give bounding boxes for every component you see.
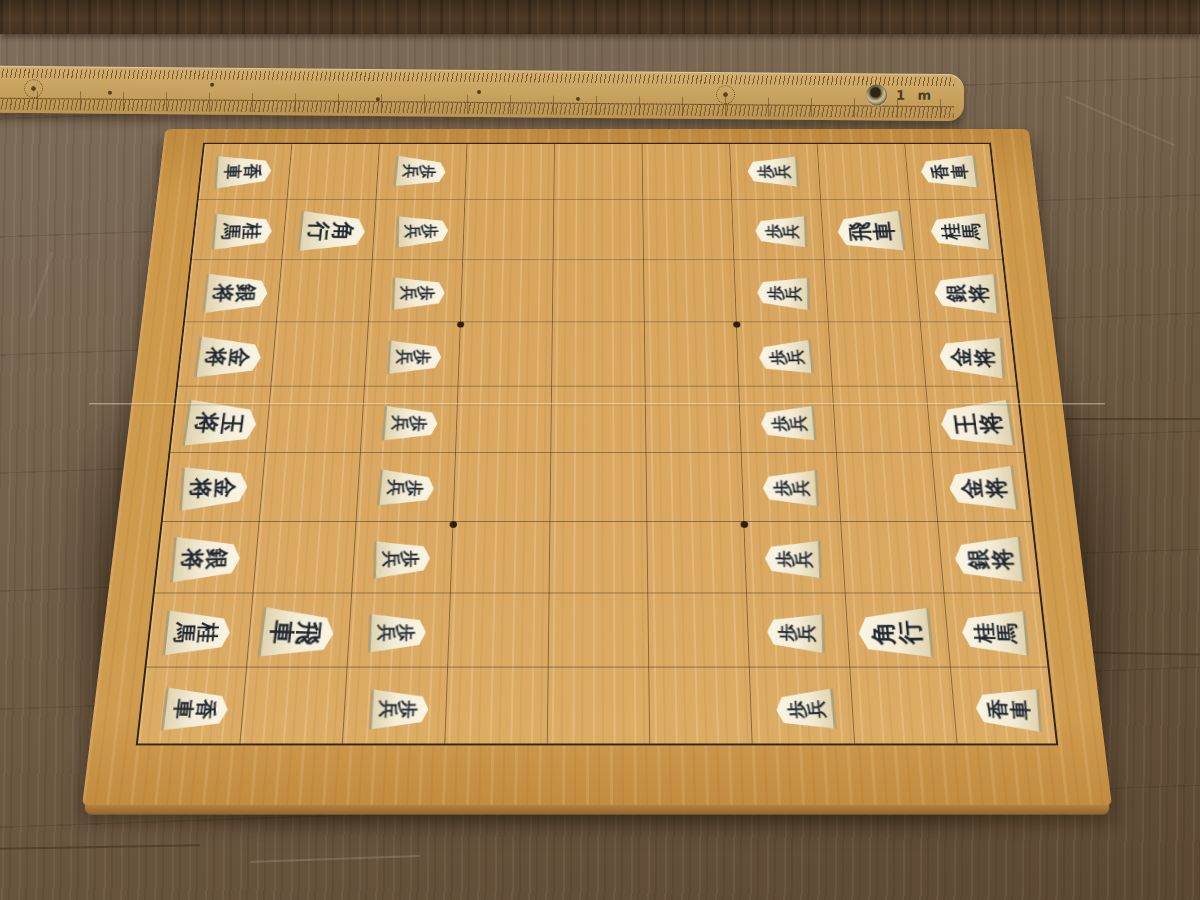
piece-kanji: 銀将 (944, 284, 991, 303)
piece-gold-left[interactable]: 金将 (193, 335, 262, 380)
ruler-dot-motif (716, 85, 735, 104)
ruler-tick-marks (0, 69, 954, 86)
piece-kanji: 歩兵 (770, 415, 809, 431)
piece-kanji: 歩兵 (766, 285, 803, 301)
piece-kanji: 歩兵 (398, 286, 435, 301)
shogi-board: 香車歩兵歩兵香車桂馬角行歩兵歩兵飛車桂馬銀将歩兵歩兵銀将金将歩兵歩兵金将玉将歩兵… (82, 129, 1112, 806)
piece-pawn-right[interactable]: 歩兵 (767, 611, 825, 654)
piece-pawn-right[interactable]: 歩兵 (774, 687, 836, 732)
piece-kanji: 歩兵 (772, 480, 811, 496)
piece-kanji: 香車 (930, 164, 971, 180)
ruler-dot (576, 97, 580, 101)
piece-kanji: 歩兵 (777, 623, 817, 642)
piece-pawn-left[interactable]: 歩兵 (373, 538, 430, 580)
piece-pawn-left[interactable]: 歩兵 (386, 339, 441, 375)
piece-kanji: 玉将 (192, 412, 246, 435)
piece-gold-left[interactable]: 金将 (179, 464, 248, 513)
piece-kanji: 角行 (305, 221, 355, 241)
piece-lance-right[interactable]: 香車 (975, 685, 1043, 733)
star-point (450, 521, 458, 528)
piece-kanji: 桂馬 (172, 623, 220, 643)
piece-kanji: 銀将 (965, 548, 1016, 569)
piece-knight-left[interactable]: 桂馬 (162, 609, 232, 657)
board-grid: 香車歩兵歩兵香車桂馬角行歩兵歩兵飛車桂馬銀将歩兵歩兵銀将金将歩兵歩兵金将玉将歩兵… (136, 143, 1058, 746)
piece-kanji: 歩兵 (403, 224, 439, 239)
ruler-dot-motif (24, 79, 43, 98)
piece-kanji: 金将 (187, 477, 236, 499)
ruler-label: 1 m (896, 88, 935, 103)
piece-lance-right[interactable]: 香車 (919, 154, 979, 189)
piece-kanji: 銀将 (210, 284, 257, 303)
piece-kanji: 歩兵 (400, 164, 437, 179)
ruler-grommet (866, 84, 887, 105)
floor-scuff (29, 251, 53, 319)
piece-pawn-right[interactable]: 歩兵 (759, 404, 816, 442)
ruler-dot (210, 83, 214, 87)
piece-kanji: 香車 (170, 699, 217, 720)
piece-kanji: 歩兵 (764, 224, 800, 239)
piece-kanji: 歩兵 (380, 550, 419, 568)
piece-kanji: 歩兵 (375, 624, 415, 642)
piece-lance-left[interactable]: 香車 (160, 686, 230, 733)
floor-plank-seam (0, 844, 200, 849)
piece-kanji: 金将 (202, 347, 251, 367)
piece-rook-right[interactable]: 飛車 (835, 209, 905, 254)
piece-pawn-right[interactable]: 歩兵 (757, 338, 814, 376)
piece-pawn-left[interactable]: 歩兵 (381, 404, 438, 442)
piece-pawn-right[interactable]: 歩兵 (746, 155, 799, 188)
piece-knight-left[interactable]: 桂馬 (211, 212, 273, 251)
piece-kanji: 桂馬 (220, 223, 263, 240)
piece-kanji: 銀将 (179, 548, 230, 570)
piece-king-right[interactable]: 王将 (938, 398, 1015, 449)
piece-pawn-left[interactable]: 歩兵 (368, 688, 429, 731)
star-point (741, 521, 749, 528)
piece-pawn-right[interactable]: 歩兵 (762, 469, 819, 508)
piece-kanji: 歩兵 (377, 700, 419, 718)
piece-pawn-right[interactable]: 歩兵 (754, 214, 807, 248)
piece-pawn-right[interactable]: 歩兵 (764, 539, 822, 580)
ruler-dot (376, 97, 380, 101)
piece-pawn-left[interactable]: 歩兵 (367, 612, 426, 654)
piece-silver-left[interactable]: 銀将 (202, 272, 269, 314)
piece-knight-right[interactable]: 桂馬 (929, 212, 992, 251)
piece-kanji: 飛車 (267, 620, 323, 646)
scene: 1 m 香車歩兵歩兵香車桂馬角行歩兵歩兵飛車桂馬銀将歩兵歩兵銀将金将歩兵歩兵金将… (0, 0, 1200, 900)
piece-kanji: 香車 (987, 699, 1033, 721)
piece-kanji: 飛車 (847, 221, 898, 242)
piece-kanji: 金将 (959, 477, 1009, 498)
piece-kanji: 歩兵 (774, 550, 814, 568)
piece-kanji: 金将 (949, 347, 997, 368)
piece-rook-left[interactable]: 飛車 (257, 605, 336, 660)
piece-king-left[interactable]: 玉将 (182, 398, 259, 449)
piece-kanji: 桂馬 (973, 622, 1021, 643)
dark-wood-band (0, 0, 1200, 34)
piece-bishop-right[interactable]: 角行 (857, 606, 935, 660)
piece-gold-right[interactable]: 金将 (947, 464, 1019, 512)
piece-kanji: 歩兵 (785, 699, 827, 719)
piece-gold-right[interactable]: 金将 (938, 335, 1005, 381)
piece-kanji: 王将 (952, 412, 1006, 435)
piece-pawn-left[interactable]: 歩兵 (396, 214, 448, 249)
piece-kanji: 歩兵 (767, 349, 805, 365)
piece-kanji: 歩兵 (384, 479, 424, 497)
piece-kanji: 歩兵 (756, 165, 792, 179)
piece-knight-right[interactable]: 桂馬 (960, 609, 1029, 658)
floor-scuff (1065, 96, 1175, 147)
piece-kanji: 桂馬 (940, 223, 983, 239)
board-front-edge (84, 805, 1110, 815)
piece-silver-right[interactable]: 銀将 (952, 535, 1025, 584)
piece-silver-right[interactable]: 銀将 (932, 272, 999, 315)
ruler-dot (108, 91, 112, 95)
star-point (733, 322, 740, 328)
piece-pawn-right[interactable]: 歩兵 (757, 275, 810, 311)
piece-pawn-left[interactable]: 歩兵 (376, 468, 435, 508)
piece-bishop-left[interactable]: 角行 (297, 210, 367, 254)
board-fold-seam (89, 403, 1105, 405)
piece-kanji: 香車 (222, 163, 262, 179)
ruler-dot (477, 90, 481, 94)
floor-scuff (250, 855, 420, 863)
piece-pawn-left[interactable]: 歩兵 (393, 155, 447, 189)
piece-kanji: 歩兵 (389, 415, 428, 431)
ruler: 1 m (0, 66, 964, 122)
piece-kanji: 角行 (869, 620, 925, 645)
star-point (457, 322, 464, 328)
piece-kanji: 歩兵 (394, 350, 432, 365)
piece-silver-left[interactable]: 銀将 (169, 534, 241, 584)
piece-lance-left[interactable]: 香車 (214, 154, 272, 190)
piece-pawn-left[interactable]: 歩兵 (391, 275, 445, 311)
